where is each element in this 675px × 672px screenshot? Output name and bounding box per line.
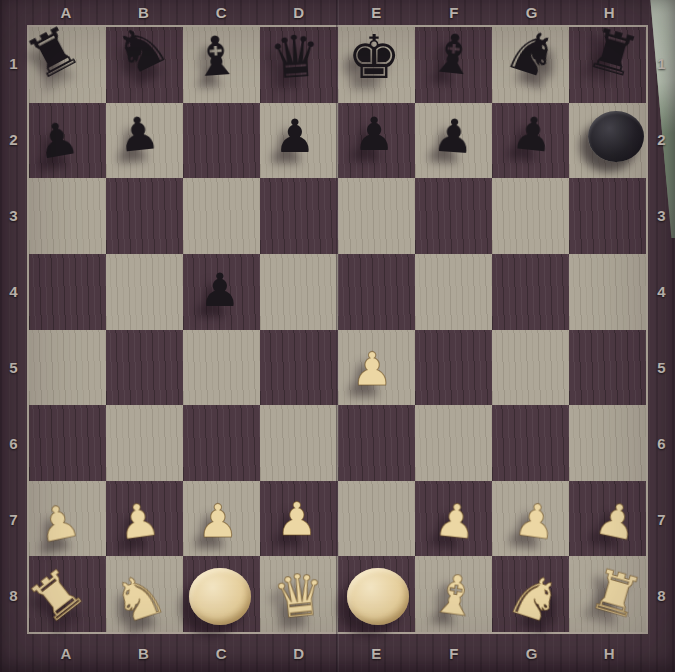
- square-e2[interactable]: ♟: [338, 103, 415, 179]
- square-d8[interactable]: ♛: [260, 556, 337, 632]
- square-a7[interactable]: ♟: [29, 481, 106, 557]
- square-c7[interactable]: ♟: [183, 481, 260, 557]
- rank-label: 3: [0, 177, 27, 253]
- square-g7[interactable]: ♟: [492, 481, 569, 557]
- rank-label: 8: [0, 558, 27, 634]
- black-pawn-disc-piece[interactable]: [588, 111, 644, 163]
- square-d7[interactable]: ♟: [260, 481, 337, 557]
- white-pawn[interactable]: ♟: [432, 496, 478, 546]
- square-d6[interactable]: [260, 405, 337, 481]
- white-pawn[interactable]: ♟: [276, 496, 317, 542]
- square-f8[interactable]: ♝: [415, 556, 492, 632]
- square-d2[interactable]: ♟: [260, 103, 337, 179]
- square-e8[interactable]: [338, 556, 415, 632]
- square-b8[interactable]: ♞: [106, 556, 183, 632]
- file-label: D: [260, 0, 338, 25]
- square-g8[interactable]: ♞: [492, 556, 569, 632]
- white-pawn[interactable]: ♟: [351, 346, 392, 392]
- white-bishop[interactable]: ♝: [427, 566, 482, 626]
- square-b7[interactable]: ♟: [106, 481, 183, 557]
- rank-label: 3: [648, 177, 675, 253]
- file-label: H: [570, 634, 648, 672]
- rank-label: 1: [648, 25, 675, 101]
- square-c5[interactable]: [183, 330, 260, 406]
- white-knight[interactable]: ♞: [105, 563, 172, 634]
- square-f4[interactable]: [415, 254, 492, 330]
- square-e4[interactable]: [338, 254, 415, 330]
- square-h6[interactable]: [569, 405, 646, 481]
- square-c6[interactable]: [183, 405, 260, 481]
- black-bishop[interactable]: ♝: [426, 25, 480, 84]
- black-pawn[interactable]: ♟: [33, 114, 82, 166]
- square-c3[interactable]: [183, 178, 260, 254]
- file-label: A: [27, 634, 105, 672]
- square-g2[interactable]: ♟: [492, 103, 569, 179]
- white-pawn[interactable]: ♟: [591, 494, 641, 548]
- square-a8[interactable]: ♜: [29, 556, 106, 632]
- white-queen[interactable]: ♛: [270, 565, 328, 628]
- black-king[interactable]: ♚: [347, 27, 401, 87]
- square-c1[interactable]: ♝: [183, 27, 260, 103]
- black-queen[interactable]: ♛: [267, 26, 323, 87]
- square-d1[interactable]: ♛: [260, 27, 337, 103]
- square-e6[interactable]: [338, 405, 415, 481]
- white-pawn[interactable]: ♟: [34, 496, 84, 550]
- square-d3[interactable]: [260, 178, 337, 254]
- file-label: C: [182, 634, 260, 672]
- square-b6[interactable]: [106, 405, 183, 481]
- square-c8[interactable]: [183, 556, 260, 632]
- square-g5[interactable]: [492, 330, 569, 406]
- white-king-disc-piece[interactable]: [347, 568, 409, 625]
- square-h3[interactable]: [569, 178, 646, 254]
- square-f1[interactable]: ♝: [415, 27, 492, 103]
- black-rook[interactable]: ♜: [582, 19, 646, 87]
- file-label: F: [415, 634, 493, 672]
- square-b1[interactable]: ♞: [106, 27, 183, 103]
- square-f7[interactable]: ♟: [415, 481, 492, 557]
- square-a1[interactable]: ♜: [29, 27, 106, 103]
- file-labels-bottom: ABCDEFGH: [27, 634, 648, 672]
- rank-labels-right: 12345678: [648, 25, 675, 634]
- white-pawn[interactable]: ♟: [197, 498, 238, 544]
- white-pawn[interactable]: ♟: [115, 495, 162, 546]
- square-h8[interactable]: ♜: [569, 556, 646, 632]
- black-pawn[interactable]: ♟: [353, 111, 394, 157]
- rank-labels-left: 12345678: [0, 25, 27, 634]
- square-h5[interactable]: [569, 330, 646, 406]
- square-c4[interactable]: ♟: [183, 254, 260, 330]
- square-h7[interactable]: ♟: [569, 481, 646, 557]
- square-d4[interactable]: [260, 254, 337, 330]
- rank-label: 5: [0, 330, 27, 406]
- white-pawn[interactable]: ♟: [512, 495, 559, 546]
- file-label: E: [338, 634, 416, 672]
- square-e1[interactable]: ♚: [338, 27, 415, 103]
- rank-label: 4: [0, 253, 27, 329]
- black-knight[interactable]: ♞: [499, 17, 566, 88]
- rank-label: 7: [0, 482, 27, 558]
- chess-board-photo: ABCDEFGH ABCDEFGH 12345678 12345678 ♜♞♝♛…: [0, 0, 675, 672]
- rank-label: 8: [648, 558, 675, 634]
- chess-board: ♜♞♝♛♚♝♞♜♟♟♟♟♟♟♟♟♟♟♟♟♟♟♟♜♞♛♝♞♜: [27, 25, 648, 634]
- square-g3[interactable]: [492, 178, 569, 254]
- square-f6[interactable]: [415, 405, 492, 481]
- file-label: C: [182, 0, 260, 25]
- rank-label: 4: [648, 253, 675, 329]
- square-b2[interactable]: ♟: [106, 103, 183, 179]
- square-e3[interactable]: [338, 178, 415, 254]
- square-a5[interactable]: [29, 330, 106, 406]
- white-knight[interactable]: ♞: [502, 563, 569, 634]
- file-label: G: [493, 634, 571, 672]
- black-rook[interactable]: ♜: [18, 16, 89, 89]
- square-g1[interactable]: ♞: [492, 27, 569, 103]
- square-h4[interactable]: [569, 254, 646, 330]
- square-c2[interactable]: [183, 103, 260, 179]
- rank-label: 2: [0, 101, 27, 177]
- square-a4[interactable]: [29, 254, 106, 330]
- rank-label: 7: [648, 482, 675, 558]
- square-e5[interactable]: ♟: [338, 330, 415, 406]
- rank-label: 5: [648, 330, 675, 406]
- square-a2[interactable]: ♟: [29, 103, 106, 179]
- square-a6[interactable]: [29, 405, 106, 481]
- square-f2[interactable]: ♟: [415, 103, 492, 179]
- square-g6[interactable]: [492, 405, 569, 481]
- black-bishop[interactable]: ♝: [190, 28, 242, 85]
- rank-label: 2: [648, 101, 675, 177]
- file-label: B: [105, 634, 183, 672]
- square-g4[interactable]: [492, 254, 569, 330]
- square-b3[interactable]: [106, 178, 183, 254]
- square-b5[interactable]: [106, 330, 183, 406]
- white-rook[interactable]: ♜: [585, 560, 649, 628]
- black-pawn[interactable]: ♟: [509, 109, 555, 159]
- file-label: D: [260, 634, 338, 672]
- square-a3[interactable]: [29, 178, 106, 254]
- file-label: A: [27, 0, 105, 25]
- white-bishop-disc-piece[interactable]: [189, 568, 251, 625]
- black-pawn[interactable]: ♟: [274, 113, 315, 159]
- black-pawn[interactable]: ♟: [199, 267, 240, 313]
- square-e7[interactable]: [338, 481, 415, 557]
- black-pawn[interactable]: ♟: [431, 112, 475, 161]
- square-d5[interactable]: [260, 330, 337, 406]
- square-f5[interactable]: [415, 330, 492, 406]
- square-h2[interactable]: [569, 103, 646, 179]
- square-b4[interactable]: [106, 254, 183, 330]
- file-label: F: [415, 0, 493, 25]
- square-f3[interactable]: [415, 178, 492, 254]
- white-rook[interactable]: ♜: [21, 559, 95, 634]
- square-h1[interactable]: ♜: [569, 27, 646, 103]
- rank-label: 6: [0, 406, 27, 482]
- rank-label: 6: [648, 406, 675, 482]
- black-pawn[interactable]: ♟: [116, 109, 162, 159]
